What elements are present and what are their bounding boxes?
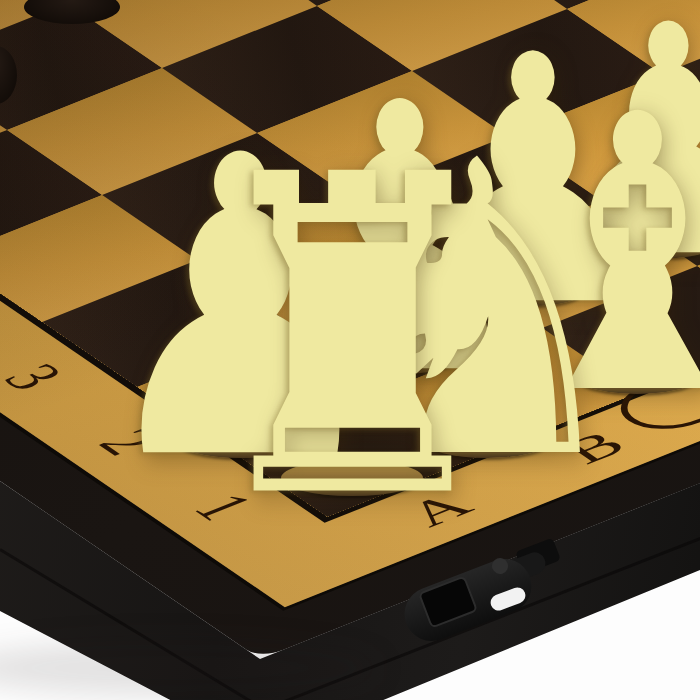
black-piece-partial-b6 [0, 46, 17, 104]
chess-set-photo: ABC 123 сп ♟♟♟♝♞♟♜ [0, 0, 700, 700]
chess-piece-white-rook-a1: ♜ [176, 119, 527, 558]
pieces-layer: ♟♟♟♝♞♟♜ [0, 0, 700, 700]
black-piece-partial-c7 [24, 0, 120, 24]
